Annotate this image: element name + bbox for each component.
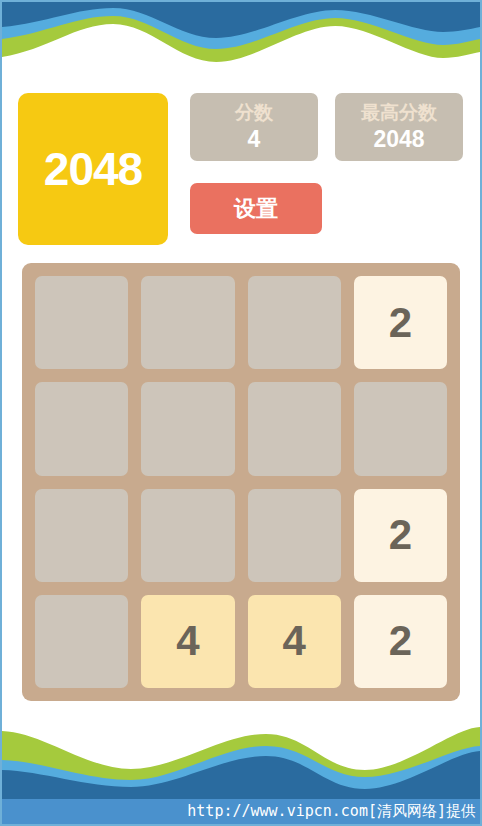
board-cell-empty: [35, 595, 128, 688]
board-cell-empty: [354, 382, 447, 475]
score-label: 分数: [235, 101, 273, 125]
board-cell-empty: [35, 276, 128, 369]
best-score-label: 最高分数: [361, 101, 437, 125]
tile-2: 2: [354, 489, 447, 582]
tile-4: 4: [248, 595, 341, 688]
board-grid[interactable]: 22442: [22, 263, 460, 701]
game-page: 2048 分数 4 最高分数 2048 设置 22442 http://www.…: [0, 0, 482, 826]
best-score-box: 最高分数 2048: [335, 93, 463, 161]
score-box: 分数 4: [190, 93, 318, 161]
tile-2: 2: [354, 595, 447, 688]
tile-2: 2: [354, 276, 447, 369]
watermark-text: http://www.vipcn.com[清风网络]提供: [187, 802, 476, 821]
logo-2048: 2048: [18, 93, 168, 245]
board-cell-empty: [248, 276, 341, 369]
board-cell-empty: [35, 382, 128, 475]
logo-text: 2048: [44, 142, 142, 196]
board-cell-empty: [141, 276, 234, 369]
board-cell-empty: [248, 489, 341, 582]
board-cell-empty: [248, 382, 341, 475]
best-score-value: 2048: [373, 125, 424, 154]
top-wave-decoration: [2, 2, 480, 92]
watermark-strip: http://www.vipcn.com[清风网络]提供: [2, 799, 480, 824]
score-value: 4: [248, 125, 261, 154]
board-cell-empty: [141, 489, 234, 582]
board-cell-empty: [141, 382, 234, 475]
tile-4: 4: [141, 595, 234, 688]
settings-button[interactable]: 设置: [190, 183, 322, 234]
board-cell-empty: [35, 489, 128, 582]
settings-button-label: 设置: [234, 194, 278, 224]
